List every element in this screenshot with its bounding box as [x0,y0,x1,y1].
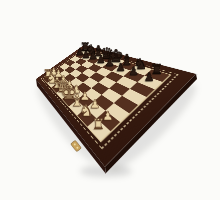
brass-clasp [71,140,82,152]
left-side-face [36,79,106,174]
product-photo: ♜♞♝♛♚♝♞♜♟♟♟♟♟♟♟♟♟♟♟♟♟♟♟♟♜♞♝♛♚♝♞♜ [0,0,220,200]
front-side-face [105,74,197,173]
board-side-faces [0,0,220,200]
